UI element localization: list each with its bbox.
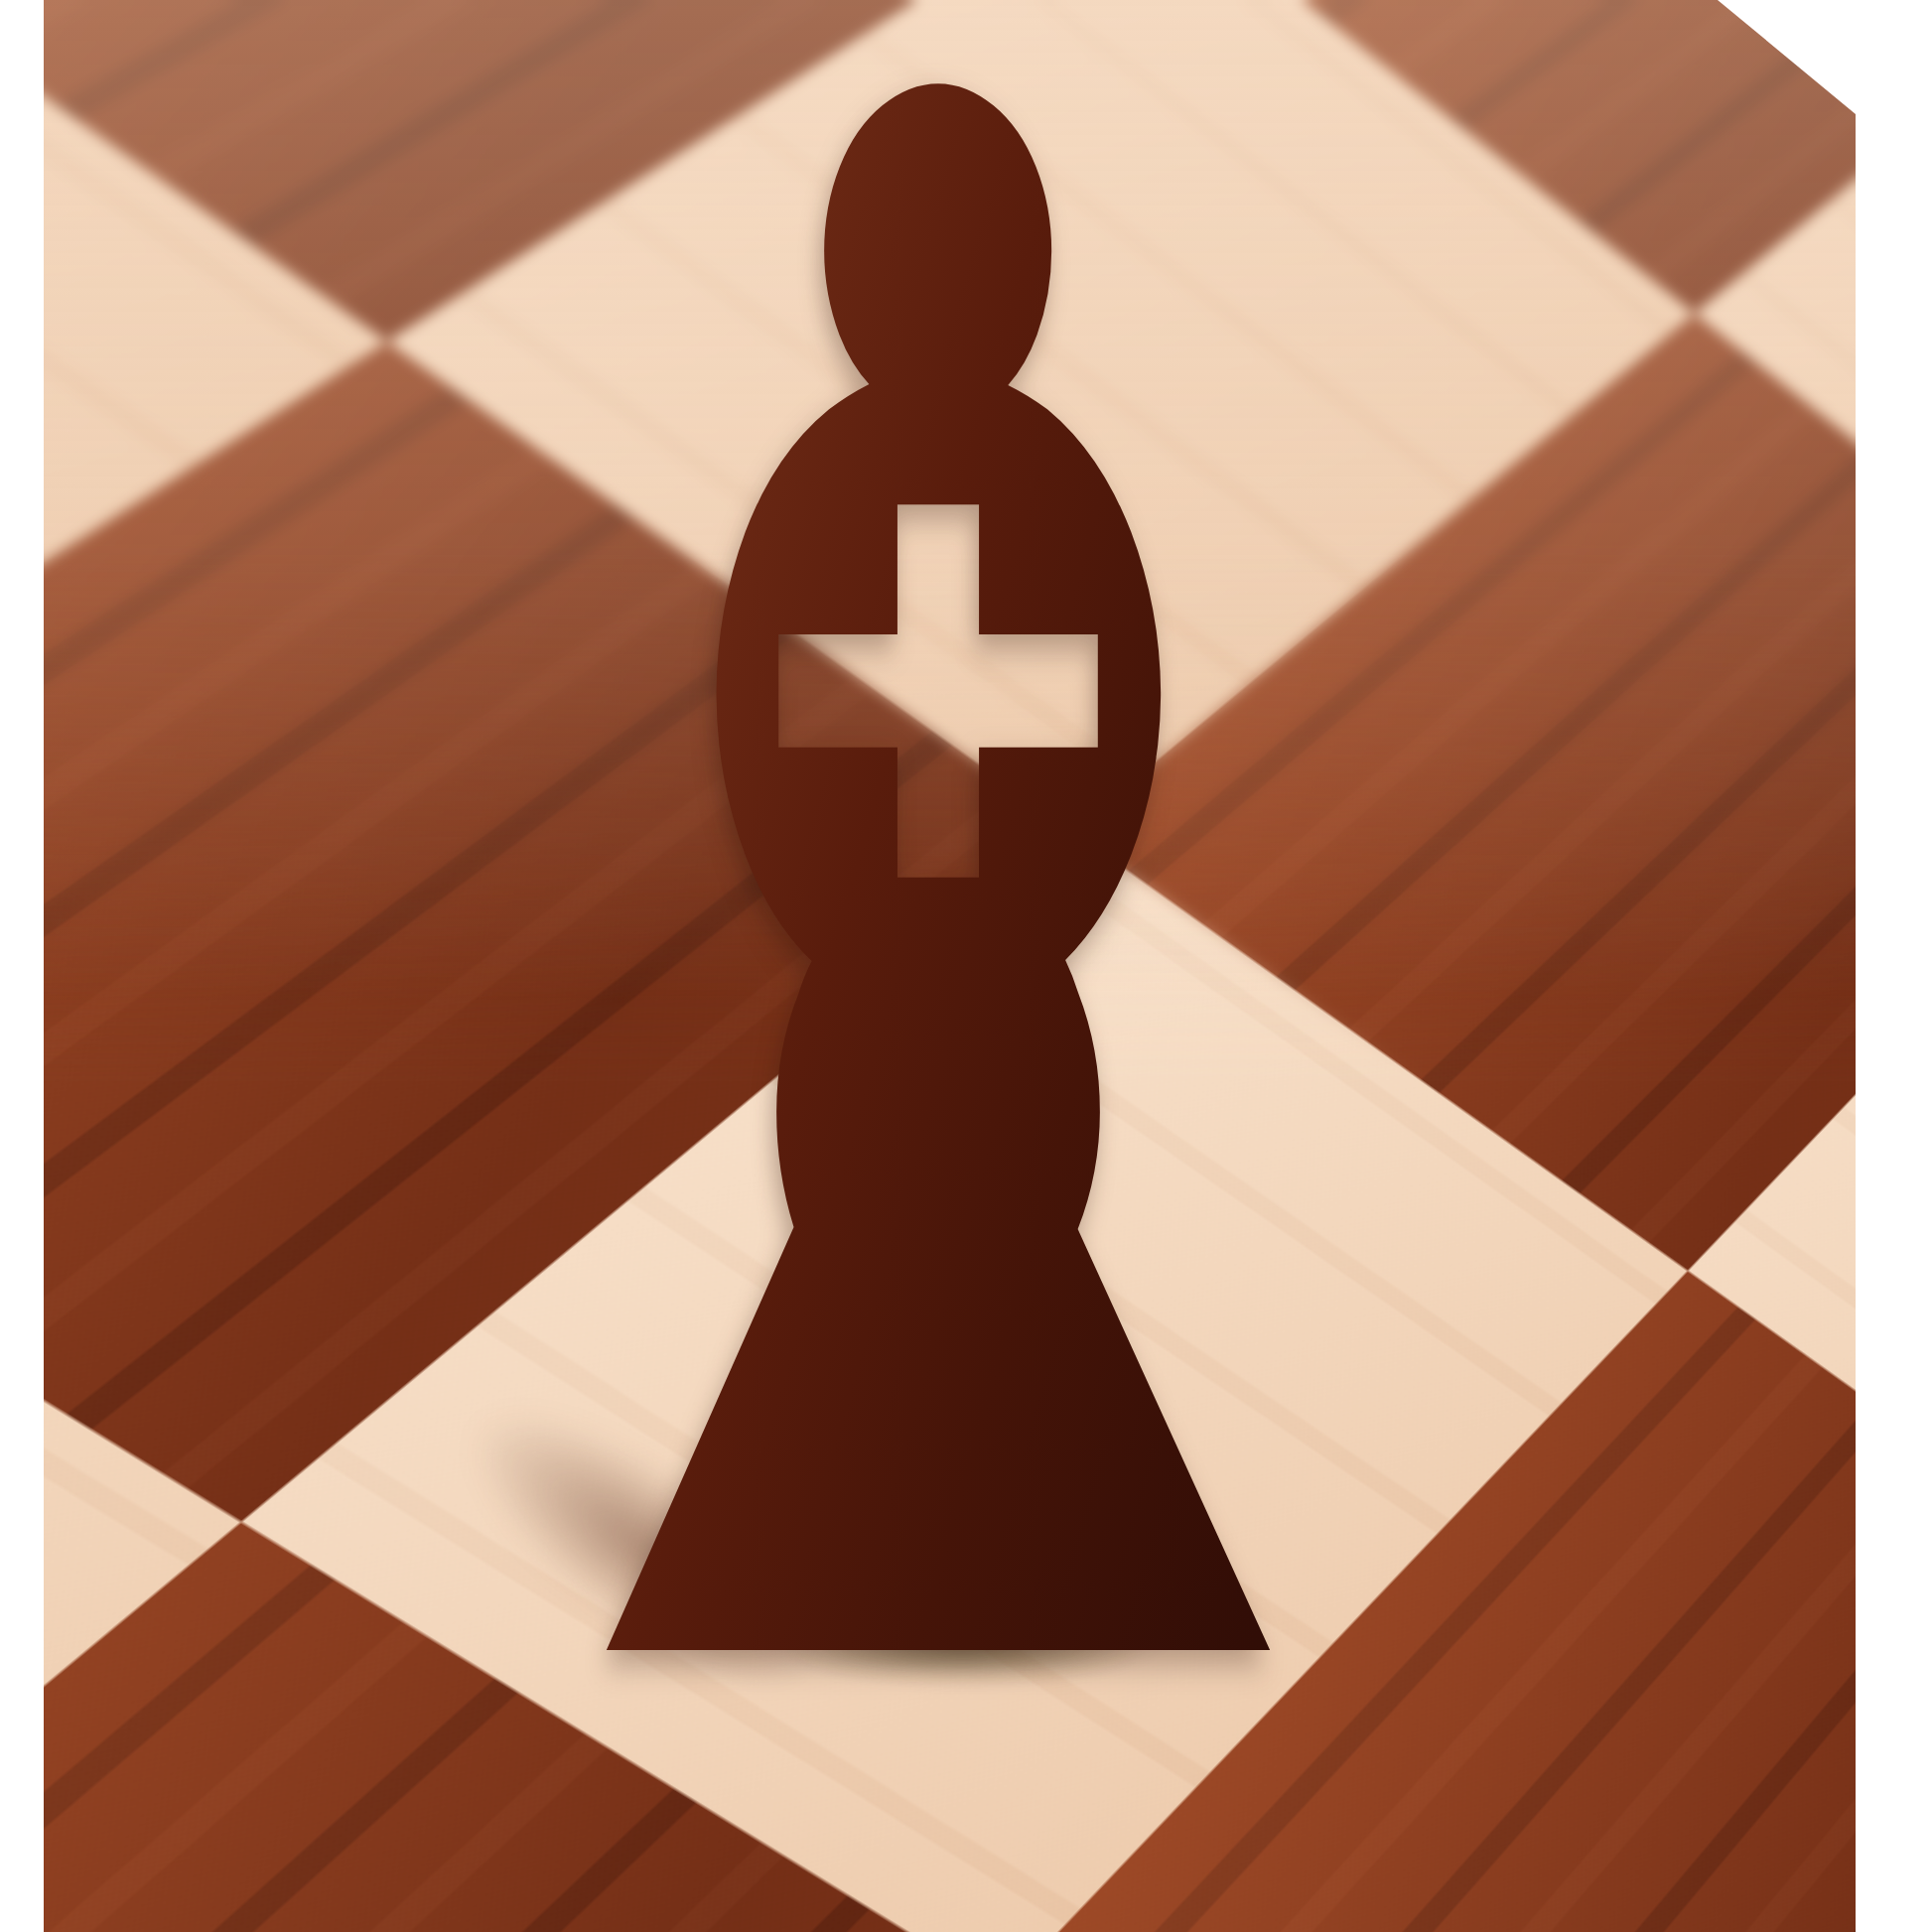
photo-frame: ♝ [0, 0, 1932, 1932]
chess-board [0, 0, 1932, 1932]
